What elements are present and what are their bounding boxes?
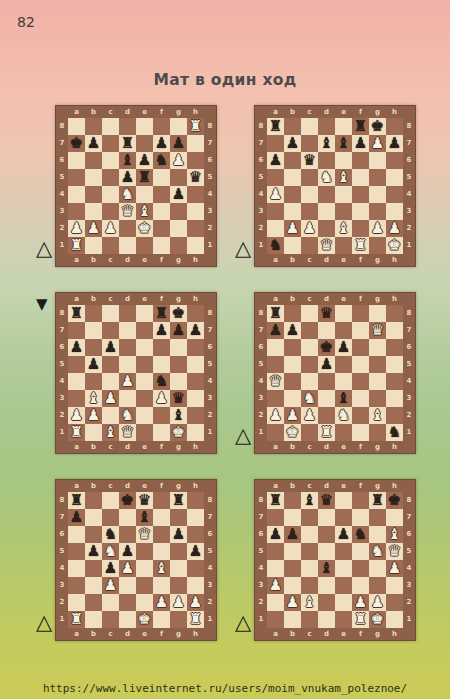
white-king: ♚ [138, 611, 151, 628]
rank-label-left-3: 3 [255, 203, 267, 220]
corner [204, 293, 216, 305]
file-label-top-b: b [284, 106, 301, 118]
square-c3: ♟ [102, 390, 119, 407]
square-e2 [136, 407, 153, 424]
square-e4 [136, 186, 153, 203]
rank-label-left-2: 2 [56, 594, 68, 611]
square-e7 [136, 135, 153, 152]
file-label-bottom-b: b [284, 628, 301, 640]
white-bishop: ♝ [303, 594, 316, 611]
rank-label-left-8: 8 [56, 305, 68, 322]
square-g2: ♝ [369, 407, 386, 424]
file-label-bottom-d: d [318, 628, 335, 640]
corner [204, 441, 216, 453]
black-king: ♚ [121, 492, 134, 509]
white-king: ♚ [138, 220, 151, 237]
corner [255, 628, 267, 640]
rank-label-left-7: 7 [255, 509, 267, 526]
rank-label-right-4: 4 [403, 186, 415, 203]
square-h7 [187, 135, 204, 152]
square-b4 [85, 373, 102, 390]
rank-label-right-3: 3 [403, 203, 415, 220]
file-label-bottom-h: h [187, 628, 204, 640]
square-d5: ♞ [318, 169, 335, 186]
chess-board-frame: abcdefgh8♜87♚♟♜♟♟76♝♟♞♟65♟♜♛54♞♟43♛♝32♟♟… [55, 105, 217, 267]
square-b1 [85, 611, 102, 628]
square-b5 [85, 169, 102, 186]
square-f7: ♟ [153, 135, 170, 152]
square-e1: ♚ [136, 611, 153, 628]
square-d3 [119, 577, 136, 594]
square-a8: ♜ [267, 118, 284, 135]
file-label-bottom-d: d [318, 441, 335, 453]
square-d8 [318, 118, 335, 135]
square-d2 [318, 407, 335, 424]
square-f6: ♞ [352, 526, 369, 543]
square-c6: ♞ [102, 526, 119, 543]
black-pawn: ♟ [172, 186, 185, 203]
square-g6: ♟ [170, 152, 187, 169]
white-queen: ♛ [320, 237, 333, 254]
square-d3: ♛ [119, 203, 136, 220]
rank-label-right-1: 1 [204, 611, 216, 628]
corner [56, 254, 68, 266]
rank-label-left-2: 2 [255, 220, 267, 237]
file-label-bottom-h: h [386, 628, 403, 640]
square-b3 [85, 577, 102, 594]
square-b7 [85, 322, 102, 339]
black-king: ♚ [371, 118, 384, 135]
file-label-bottom-g: g [170, 628, 187, 640]
square-g1: ♚ [369, 611, 386, 628]
square-f7 [153, 509, 170, 526]
square-b5 [284, 169, 301, 186]
corner [403, 254, 415, 266]
square-h6 [386, 152, 403, 169]
square-b2: ♟ [284, 594, 301, 611]
square-d3 [318, 203, 335, 220]
chess-diagram-6: △abcdefgh8♜♝♛♜♚8776♟♟♟♞♝65♞♛54♝♟43♟32♟♝♟… [254, 479, 416, 641]
square-d2 [318, 220, 335, 237]
square-c1: ♝ [102, 424, 119, 441]
file-label-bottom-h: h [386, 441, 403, 453]
square-d5: ♟ [119, 543, 136, 560]
file-label-bottom-g: g [369, 628, 386, 640]
chess-diagram-5: △abcdefgh8♜♚♛♜87♟♝76♞♛♟65♟♞♟♟54♟♟♝43♟32♟… [55, 479, 217, 641]
square-b4 [85, 186, 102, 203]
white-pawn: ♟ [172, 594, 185, 611]
file-label-bottom-g: g [170, 441, 187, 453]
rank-label-right-1: 1 [204, 424, 216, 441]
square-f1 [153, 237, 170, 254]
square-g5 [369, 356, 386, 373]
file-label-bottom-c: c [301, 441, 318, 453]
file-label-bottom-e: e [335, 254, 352, 266]
square-h3 [187, 203, 204, 220]
rank-label-right-2: 2 [204, 220, 216, 237]
square-a5 [267, 169, 284, 186]
square-a2: ♟ [68, 220, 85, 237]
rank-label-left-1: 1 [255, 611, 267, 628]
file-label-top-h: h [187, 480, 204, 492]
square-e2: ♞ [335, 407, 352, 424]
black-bishop: ♝ [303, 492, 316, 509]
square-b1 [85, 237, 102, 254]
square-f6 [352, 152, 369, 169]
square-c4 [301, 186, 318, 203]
square-h8: ♚ [386, 492, 403, 509]
square-f3 [153, 577, 170, 594]
black-king: ♚ [388, 492, 401, 509]
square-c2: ♝ [301, 594, 318, 611]
square-a4: ♟ [267, 186, 284, 203]
square-a3 [68, 577, 85, 594]
rank-label-right-1: 1 [403, 611, 415, 628]
rank-label-right-5: 5 [204, 169, 216, 186]
rank-label-left-7: 7 [255, 322, 267, 339]
square-h6 [187, 526, 204, 543]
white-knight: ♞ [121, 407, 134, 424]
square-g4 [369, 186, 386, 203]
file-label-bottom-c: c [301, 254, 318, 266]
square-g8: ♚ [369, 118, 386, 135]
rank-label-right-2: 2 [204, 407, 216, 424]
square-d1 [318, 611, 335, 628]
square-e6 [335, 152, 352, 169]
square-f6 [153, 339, 170, 356]
corner [204, 106, 216, 118]
rank-label-right-6: 6 [403, 339, 415, 356]
rank-label-left-1: 1 [255, 237, 267, 254]
square-c5 [301, 169, 318, 186]
rank-label-right-3: 3 [403, 390, 415, 407]
square-b4 [284, 373, 301, 390]
square-f2: ♟ [153, 594, 170, 611]
black-pawn: ♟ [70, 339, 83, 356]
file-label-top-h: h [386, 293, 403, 305]
square-f5 [352, 356, 369, 373]
corner [255, 106, 267, 118]
square-e8 [335, 492, 352, 509]
black-rook: ♜ [269, 492, 282, 509]
square-h1: ♞ [386, 424, 403, 441]
square-d4: ♟ [119, 560, 136, 577]
rank-label-left-3: 3 [255, 390, 267, 407]
square-b6 [85, 526, 102, 543]
chess-board-frame: abcdefgh8♜♜♚87♟♝♝♟♟♟76♟♛65♞♝54♟4332♟♟♝♟♟… [254, 105, 416, 267]
rank-label-right-7: 7 [204, 509, 216, 526]
square-d8: ♛ [318, 305, 335, 322]
corner [204, 480, 216, 492]
square-a8 [68, 118, 85, 135]
square-h2: ♟ [187, 594, 204, 611]
black-pawn: ♟ [337, 339, 350, 356]
black-knight: ♞ [269, 237, 282, 254]
square-d6 [318, 526, 335, 543]
square-e1 [335, 424, 352, 441]
square-g7 [170, 509, 187, 526]
square-h1 [187, 424, 204, 441]
square-e8 [136, 118, 153, 135]
square-g2: ♟ [170, 594, 187, 611]
rank-label-right-6: 6 [403, 526, 415, 543]
square-a1: ♞ [267, 237, 284, 254]
black-pawn: ♟ [286, 526, 299, 543]
square-h3 [386, 390, 403, 407]
square-f7: ♟ [153, 322, 170, 339]
page-number: 82 [17, 14, 35, 30]
rank-label-left-3: 3 [56, 203, 68, 220]
black-rook: ♜ [269, 305, 282, 322]
square-h4 [187, 186, 204, 203]
rank-label-left-8: 8 [56, 492, 68, 509]
file-label-bottom-d: d [119, 254, 136, 266]
square-d5 [318, 543, 335, 560]
black-knight: ♞ [388, 424, 401, 441]
rank-label-left-7: 7 [255, 135, 267, 152]
square-h3 [386, 203, 403, 220]
square-e1 [136, 424, 153, 441]
black-knight: ♞ [155, 373, 168, 390]
square-a7 [267, 135, 284, 152]
white-knight: ♞ [337, 407, 350, 424]
square-f7: ♟ [352, 135, 369, 152]
rank-label-right-8: 8 [204, 118, 216, 135]
square-g2: ♝ [170, 407, 187, 424]
square-e6: ♟ [136, 152, 153, 169]
rank-label-left-5: 5 [56, 543, 68, 560]
black-king: ♚ [70, 135, 83, 152]
rank-label-left-7: 7 [56, 322, 68, 339]
square-f3: ♟ [153, 390, 170, 407]
rank-label-left-4: 4 [56, 186, 68, 203]
square-h3 [386, 577, 403, 594]
rank-label-left-8: 8 [255, 118, 267, 135]
square-h8 [386, 118, 403, 135]
file-label-top-g: g [369, 293, 386, 305]
file-label-top-d: d [318, 106, 335, 118]
square-h6 [187, 339, 204, 356]
file-label-bottom-e: e [136, 254, 153, 266]
corner [403, 480, 415, 492]
black-to-move-marker: ▼ [36, 297, 48, 312]
file-label-bottom-a: a [68, 628, 85, 640]
square-g7: ♟ [170, 135, 187, 152]
square-c7 [301, 509, 318, 526]
square-e5 [136, 543, 153, 560]
square-g3: ♛ [170, 390, 187, 407]
square-g6 [170, 339, 187, 356]
file-label-bottom-e: e [136, 441, 153, 453]
white-knight: ♞ [371, 543, 384, 560]
file-label-top-f: f [153, 106, 170, 118]
square-g3 [369, 390, 386, 407]
square-h7 [386, 322, 403, 339]
square-c2: ♟ [102, 220, 119, 237]
file-label-top-e: e [335, 106, 352, 118]
chess-board-frame: abcdefgh8♜♚♛♜87♟♝76♞♛♟65♟♞♟♟54♟♟♝43♟32♟♟… [55, 479, 217, 641]
black-king: ♚ [320, 339, 333, 356]
diagram-row-3: △abcdefgh8♜♚♛♜87♟♝76♞♛♟65♟♞♟♟54♟♟♝43♟32♟… [55, 479, 416, 641]
black-pawn: ♟ [172, 526, 185, 543]
white-queen: ♛ [371, 322, 384, 339]
file-label-bottom-e: e [335, 628, 352, 640]
black-pawn: ♟ [388, 135, 401, 152]
square-e3 [335, 203, 352, 220]
square-c8 [102, 305, 119, 322]
square-h8: ♜ [187, 118, 204, 135]
square-c8 [301, 118, 318, 135]
rank-label-left-4: 4 [255, 186, 267, 203]
square-e4 [335, 373, 352, 390]
rank-label-left-5: 5 [255, 356, 267, 373]
square-e6: ♟ [335, 339, 352, 356]
square-f4 [352, 560, 369, 577]
white-pawn: ♟ [286, 220, 299, 237]
square-h3 [187, 390, 204, 407]
rank-label-right-1: 1 [204, 237, 216, 254]
square-h8 [187, 305, 204, 322]
square-e4 [136, 560, 153, 577]
white-knight: ♞ [320, 169, 333, 186]
file-label-bottom-c: c [102, 254, 119, 266]
corner [255, 254, 267, 266]
rank-label-right-5: 5 [403, 543, 415, 560]
white-pawn: ♟ [172, 152, 185, 169]
square-d2: ♞ [119, 407, 136, 424]
white-queen: ♛ [269, 373, 282, 390]
square-f5 [153, 356, 170, 373]
white-pawn: ♟ [104, 220, 117, 237]
square-a7 [68, 322, 85, 339]
rank-label-left-5: 5 [255, 169, 267, 186]
white-pawn: ♟ [269, 407, 282, 424]
file-label-bottom-f: f [352, 628, 369, 640]
square-c8: ♝ [301, 492, 318, 509]
white-bishop: ♝ [388, 526, 401, 543]
square-g8: ♜ [369, 492, 386, 509]
square-c5 [102, 356, 119, 373]
file-label-top-f: f [153, 480, 170, 492]
white-rook: ♜ [189, 118, 202, 135]
white-to-move-marker: △ [235, 612, 251, 633]
square-f2 [153, 220, 170, 237]
square-a1 [267, 611, 284, 628]
square-b3 [284, 203, 301, 220]
rank-label-right-4: 4 [403, 373, 415, 390]
black-pawn: ♟ [172, 322, 185, 339]
square-e4 [136, 373, 153, 390]
square-d3 [119, 390, 136, 407]
white-rook: ♜ [189, 611, 202, 628]
square-h5 [386, 356, 403, 373]
square-b3 [284, 390, 301, 407]
black-pawn: ♟ [269, 152, 282, 169]
black-pawn: ♟ [87, 356, 100, 373]
square-h4: ♟ [386, 560, 403, 577]
rank-label-left-4: 4 [255, 373, 267, 390]
square-h7 [386, 509, 403, 526]
square-c4 [102, 186, 119, 203]
file-label-bottom-d: d [119, 628, 136, 640]
rank-label-right-6: 6 [204, 152, 216, 169]
white-pawn: ♟ [269, 186, 282, 203]
square-d7 [119, 322, 136, 339]
square-e5 [136, 356, 153, 373]
rank-label-left-3: 3 [56, 390, 68, 407]
square-e5: ♝ [335, 169, 352, 186]
square-a1: ♜ [68, 611, 85, 628]
file-label-bottom-f: f [352, 254, 369, 266]
square-f2 [352, 220, 369, 237]
square-e1 [136, 237, 153, 254]
square-g4 [170, 560, 187, 577]
rank-label-right-8: 8 [403, 492, 415, 509]
square-h5: ♟ [187, 543, 204, 560]
rank-label-right-7: 7 [204, 322, 216, 339]
file-label-bottom-a: a [68, 254, 85, 266]
square-h4 [386, 186, 403, 203]
square-d6: ♝ [119, 152, 136, 169]
square-h1 [187, 237, 204, 254]
square-h2 [187, 220, 204, 237]
black-rook: ♜ [70, 492, 83, 509]
rank-label-right-8: 8 [403, 118, 415, 135]
white-pawn: ♟ [388, 560, 401, 577]
black-pawn: ♟ [87, 543, 100, 560]
chess-diagram-3: ▼abcdefgh8♜♜♚87♟♟♟76♟♟65♟54♟♞43♝♟♟♛32♟♟♞… [55, 292, 217, 454]
square-e7 [335, 509, 352, 526]
square-d7: ♝ [318, 135, 335, 152]
rank-label-right-7: 7 [204, 135, 216, 152]
square-b5 [284, 543, 301, 560]
square-b7 [284, 509, 301, 526]
black-pawn: ♟ [286, 322, 299, 339]
white-pawn: ♟ [303, 407, 316, 424]
corner [204, 628, 216, 640]
white-king: ♚ [286, 424, 299, 441]
black-pawn: ♟ [155, 135, 168, 152]
white-rook: ♜ [354, 237, 367, 254]
rank-label-left-2: 2 [56, 220, 68, 237]
black-rook: ♜ [70, 305, 83, 322]
square-g6: ♟ [170, 526, 187, 543]
file-label-bottom-c: c [301, 628, 318, 640]
square-a3: ♟ [267, 577, 284, 594]
square-b6 [284, 339, 301, 356]
file-label-bottom-f: f [352, 441, 369, 453]
square-a3 [68, 203, 85, 220]
file-label-top-e: e [335, 480, 352, 492]
square-b7 [85, 509, 102, 526]
square-c1 [301, 611, 318, 628]
chess-board-frame: abcdefgh8♜♛87♟♟♛76♚♟65♟54♛43♞♝32♟♟♟♞♝21♚… [254, 292, 416, 454]
square-f7 [352, 322, 369, 339]
file-label-top-c: c [102, 480, 119, 492]
rank-label-left-5: 5 [56, 356, 68, 373]
square-d4: ♟ [119, 373, 136, 390]
square-b2: ♟ [85, 220, 102, 237]
black-bishop: ♝ [138, 509, 151, 526]
file-label-top-a: a [68, 106, 85, 118]
rank-label-right-5: 5 [403, 169, 415, 186]
square-g3 [170, 203, 187, 220]
square-d4 [318, 186, 335, 203]
square-c6: ♟ [102, 339, 119, 356]
square-c4 [301, 560, 318, 577]
file-label-bottom-c: c [102, 441, 119, 453]
square-b6 [284, 152, 301, 169]
